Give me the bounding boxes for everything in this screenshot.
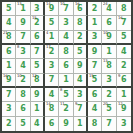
cell-digit: 6	[34, 33, 40, 41]
cell-r1c3[interactable]: 3	[31, 2, 45, 16]
cell-r2c4[interactable]: 5	[45, 16, 59, 30]
cell-r3c4[interactable]: 41	[45, 31, 59, 45]
cell-r5c6[interactable]: 9	[74, 59, 88, 73]
cell-digit: 9	[63, 120, 69, 128]
cell-digit: 5	[121, 33, 127, 41]
cell-digit: 1	[92, 19, 98, 27]
cell-r1c1[interactable]: 5	[2, 2, 16, 16]
cell-r6c8[interactable]: 3	[102, 74, 116, 88]
cell-r8c4[interactable]: 148	[45, 102, 59, 116]
cell-digit: 6	[63, 62, 69, 70]
cell-digit: 3	[34, 5, 40, 13]
cell-digit: 9	[121, 105, 127, 113]
cell-r6c2[interactable]: 102	[16, 74, 30, 88]
cage-sum: 10	[103, 31, 108, 35]
cell-r7c5[interactable]: 85	[59, 88, 73, 102]
cell-digit: 6	[121, 76, 127, 84]
cell-r5c8[interactable]: 138	[102, 59, 116, 73]
cell-digit: 3	[49, 62, 55, 70]
cell-digit: 1	[106, 48, 112, 56]
cell-r9c8[interactable]: 7	[102, 117, 116, 131]
cell-r1c4[interactable]: 149	[45, 2, 59, 16]
cell-r9c9[interactable]: 3	[117, 117, 131, 131]
cell-digit: 1	[121, 91, 127, 99]
cell-r5c5[interactable]: 6	[59, 59, 73, 73]
cell-r7c6[interactable]: 3	[74, 88, 88, 102]
cell-digit: 8	[63, 48, 69, 56]
cell-r2c3[interactable]: 152	[31, 16, 45, 30]
cell-digit: 3	[121, 120, 127, 128]
cell-digit: 9	[20, 19, 26, 27]
cell-r8c3[interactable]: 1	[31, 102, 45, 116]
cell-digit: 6	[49, 120, 55, 128]
cell-digit: 2	[6, 120, 12, 128]
cell-digit: 3	[92, 33, 98, 41]
cell-r5c3[interactable]: 5	[31, 59, 45, 73]
cell-r9c3[interactable]: 4	[31, 117, 45, 131]
cell-digit: 1	[49, 33, 55, 41]
cell-r8c9[interactable]: 129	[117, 102, 131, 116]
cell-digit: 5	[6, 5, 12, 13]
cage-sum: 15	[32, 16, 37, 20]
cage-sum: 4	[46, 31, 48, 35]
cell-digit: 2	[121, 62, 127, 70]
cell-r2c1[interactable]: 4	[2, 16, 16, 30]
cell-digit: 5	[77, 48, 83, 56]
cell-digit: 2	[34, 19, 40, 27]
cell-r3c2[interactable]: 7	[16, 31, 30, 45]
cell-digit: 3	[106, 76, 112, 84]
cage-sum: 16	[3, 74, 8, 78]
cell-digit: 6	[92, 91, 98, 99]
cell-r1c8[interactable]: 244	[102, 2, 116, 16]
cell-digit: 7	[20, 33, 26, 41]
cell-r9c2[interactable]: 5	[16, 117, 30, 131]
cell-r8c2[interactable]: 6	[16, 102, 30, 116]
cell-digit: 4	[20, 62, 26, 70]
cage-sum: 10	[60, 2, 65, 6]
cell-digit: 8	[49, 105, 55, 113]
cell-r3c9[interactable]: 5	[117, 31, 131, 45]
cell-r7c9[interactable]: 1	[117, 88, 131, 102]
cell-digit: 4	[34, 120, 40, 128]
cage-sum: 16	[75, 2, 80, 6]
cell-digit: 7	[6, 91, 12, 99]
cell-r3c7[interactable]: 3	[88, 31, 102, 45]
cell-r2c9[interactable]: 167	[117, 16, 131, 30]
cell-r7c1[interactable]: 7	[2, 88, 16, 102]
cell-digit: 4	[106, 5, 112, 13]
cell-digit: 1	[20, 5, 26, 13]
cage-sum: 14	[46, 2, 51, 6]
cell-r1c6[interactable]: 166	[74, 2, 88, 16]
cell-r3c3[interactable]: 6	[31, 31, 45, 45]
cell-digit: 7	[77, 105, 83, 113]
cage-sum: 10	[17, 74, 22, 78]
cell-r5c9[interactable]: 2	[117, 59, 131, 73]
cage-sum: 16	[118, 16, 123, 20]
cell-r6c6[interactable]: 4	[74, 74, 88, 88]
cell-digit: 4	[121, 48, 127, 56]
cell-r1c2[interactable]: 131	[16, 2, 30, 16]
cell-r1c9[interactable]: 8	[117, 2, 131, 16]
cell-r2c5[interactable]: 3	[59, 16, 73, 30]
cell-r7c3[interactable]: 9	[31, 88, 45, 102]
cell-digit: 2	[106, 91, 112, 99]
cage-sum: 11	[60, 102, 65, 106]
cell-r7c4[interactable]: 4	[45, 88, 59, 102]
cell-digit: 7	[34, 48, 40, 56]
cell-digit: 1	[63, 76, 69, 84]
cell-r2c2[interactable]: 9	[16, 16, 30, 30]
cell-r4c5[interactable]: 8	[59, 45, 73, 59]
cage-sum: 21	[3, 31, 8, 35]
cell-r6c9[interactable]: 96	[117, 74, 131, 88]
cell-r4c7[interactable]: 9	[88, 45, 102, 59]
cell-r4c3[interactable]: 7	[31, 45, 45, 59]
cell-r6c7[interactable]: 155	[88, 74, 102, 88]
cage-sum: 24	[103, 2, 108, 6]
cell-r9c7[interactable]: 8	[88, 117, 102, 131]
cell-r6c4[interactable]: 7	[45, 74, 59, 88]
cell-digit: 1	[77, 120, 83, 128]
cell-digit: 1	[6, 62, 12, 70]
cell-digit: 4	[77, 76, 83, 84]
cell-r2c8[interactable]: 6	[102, 16, 116, 30]
cell-r9c1[interactable]: 2	[2, 117, 16, 131]
cell-r4c8[interactable]: 1	[102, 45, 116, 59]
cell-digit: 4	[6, 19, 12, 27]
cell-r5c1[interactable]: 1	[2, 59, 16, 73]
cell-digit: 5	[49, 19, 55, 27]
cell-digit: 6	[77, 5, 83, 13]
cell-digit: 5	[63, 91, 69, 99]
cell-digit: 9	[34, 91, 40, 99]
cell-digit: 1	[34, 105, 40, 113]
cell-r6c1[interactable]: 169	[2, 74, 16, 88]
cell-digit: 4	[63, 33, 69, 41]
cell-r9c6[interactable]: 1	[74, 117, 88, 131]
cell-digit: 7	[106, 120, 112, 128]
cell-r6c3[interactable]: 128	[31, 74, 45, 88]
cage-sum: 15	[89, 74, 94, 78]
cage-sum: 12	[118, 102, 123, 106]
cell-r1c5[interactable]: 107	[59, 2, 73, 16]
cell-digit: 9	[49, 5, 55, 13]
cell-digit: 7	[121, 19, 127, 27]
cage-sum: 9	[75, 102, 77, 106]
cell-r4c9[interactable]: 4	[117, 45, 131, 59]
cell-r8c1[interactable]: 3	[2, 102, 16, 116]
cell-digit: 4	[92, 105, 98, 113]
cell-digit: 6	[106, 19, 112, 27]
cell-digit: 6	[6, 48, 12, 56]
cell-digit: 8	[20, 91, 26, 99]
cell-digit: 2	[49, 48, 55, 56]
cell-digit: 3	[77, 91, 83, 99]
cell-digit: 6	[20, 105, 26, 113]
cage-sum: 20	[103, 102, 108, 106]
cell-digit: 3	[6, 105, 12, 113]
cell-digit: 8	[121, 5, 127, 13]
cage-sum: 12	[32, 74, 37, 78]
cell-r7c7[interactable]: 6	[88, 88, 102, 102]
cell-r3c1[interactable]: 218	[2, 31, 16, 45]
cage-sum: 13	[103, 59, 108, 63]
cell-r7c2[interactable]: 8	[16, 88, 30, 102]
sudoku-board: 5131314910716622448491525381616721876414…	[0, 0, 133, 133]
cell-digit: 5	[106, 105, 112, 113]
cell-digit: 5	[20, 120, 26, 128]
cell-digit: 9	[77, 62, 83, 70]
cell-digit: 2	[92, 5, 98, 13]
cell-r3c8[interactable]: 109	[102, 31, 116, 45]
cell-digit: 3	[63, 19, 69, 27]
cell-r7c8[interactable]: 2	[102, 88, 116, 102]
cell-r5c7[interactable]: 7	[88, 59, 102, 73]
cage-sum: 8	[60, 88, 62, 92]
cell-r2c6[interactable]: 8	[74, 16, 88, 30]
cell-r2c7[interactable]: 1	[88, 16, 102, 30]
cell-r8c6[interactable]: 97	[74, 102, 88, 116]
cell-digit: 9	[92, 48, 98, 56]
cell-digit: 5	[34, 62, 40, 70]
cell-digit: 8	[106, 62, 112, 70]
cage-sum: 14	[46, 102, 51, 106]
cell-digit: 3	[20, 48, 26, 56]
cell-digit: 7	[92, 62, 98, 70]
cell-r4c2[interactable]: 83	[16, 45, 30, 59]
cell-digit: 2	[77, 33, 83, 41]
cell-r8c7[interactable]: 4	[88, 102, 102, 116]
cell-r4c1[interactable]: 6	[2, 45, 16, 59]
cell-r4c4[interactable]: 172	[45, 45, 59, 59]
cell-r6c5[interactable]: 1	[59, 74, 73, 88]
cage-sum: 17	[46, 45, 51, 49]
cell-r8c5[interactable]: 112	[59, 102, 73, 116]
cell-r5c2[interactable]: 4	[16, 59, 30, 73]
cell-r9c5[interactable]: 9	[59, 117, 73, 131]
cell-digit: 8	[92, 120, 98, 128]
cage-sum: 9	[118, 74, 120, 78]
cell-digit: 7	[63, 5, 69, 13]
cell-digit: 8	[77, 19, 83, 27]
cell-r9c4[interactable]: 6	[45, 117, 59, 131]
cell-r5c4[interactable]: 3	[45, 59, 59, 73]
cell-r1c7[interactable]: 2	[88, 2, 102, 16]
cell-r3c6[interactable]: 2	[74, 31, 88, 45]
cell-r3c5[interactable]: 4	[59, 31, 73, 45]
cell-r8c8[interactable]: 205	[102, 102, 116, 116]
cage-sum: 8	[17, 45, 19, 49]
cell-digit: 2	[63, 105, 69, 113]
cell-digit: 4	[49, 91, 55, 99]
cell-r4c6[interactable]: 5	[74, 45, 88, 59]
cage-sum: 13	[17, 2, 22, 6]
cell-digit: 7	[49, 76, 55, 84]
